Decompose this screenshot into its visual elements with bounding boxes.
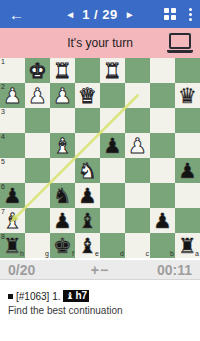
white-bishop-f4: ♝	[50, 133, 75, 158]
square-b5[interactable]	[150, 158, 175, 183]
square-g6[interactable]	[25, 183, 50, 208]
square-g2[interactable]: ♟	[25, 83, 50, 108]
rank-label-5: 5	[1, 158, 5, 166]
black-bishop-e8: ♝	[75, 233, 100, 258]
square-g8[interactable]: g	[25, 233, 50, 258]
black-bishop-e7: ♝	[75, 208, 100, 233]
square-e4[interactable]	[75, 133, 100, 158]
square-h5[interactable]: 5	[0, 158, 25, 183]
square-f4[interactable]: ♝	[50, 133, 75, 158]
square-c4[interactable]: ♟	[125, 133, 150, 158]
rank-label-1: 1	[1, 58, 5, 66]
move-bullet-icon	[8, 294, 13, 299]
bishop-figurine-icon: ♝	[65, 290, 74, 302]
hint-text: Find the best continuation	[8, 305, 192, 316]
overflow-menu-icon[interactable]	[189, 8, 192, 21]
square-d8[interactable]: d	[100, 233, 125, 258]
turn-banner: It's your turn	[0, 28, 200, 58]
square-e7[interactable]: ♝	[75, 208, 100, 233]
square-f5[interactable]	[50, 158, 75, 183]
square-e6[interactable]: ♟	[75, 183, 100, 208]
square-b6[interactable]	[150, 183, 175, 208]
file-label-g: g	[45, 250, 49, 258]
black-pawn-f7: ♟	[50, 208, 75, 233]
square-h6[interactable]: 6♟	[0, 183, 25, 208]
black-pawn-b7: ♟	[150, 208, 175, 233]
square-b2[interactable]	[150, 83, 175, 108]
square-f2[interactable]: ♟	[50, 83, 75, 108]
square-b1[interactable]	[150, 58, 175, 83]
file-label-b: b	[170, 250, 174, 258]
square-h1[interactable]: 1	[0, 58, 25, 83]
move-panel: [#1063] 1. ♝h7 Find the best continuatio…	[0, 280, 200, 316]
square-a1[interactable]	[175, 58, 200, 83]
black-pawn-a5: ♟	[175, 158, 200, 183]
white-rook-f1: ♜	[50, 58, 75, 83]
next-puzzle-icon[interactable]: ►	[125, 9, 135, 20]
square-f3[interactable]	[50, 108, 75, 133]
chess-board: 1♚♜♜2♟♟♟♛♛34♝♟♟5♞♟6♟♞♟7♝♟♝♟8h♜gf♚e♝dcba♜	[0, 58, 200, 258]
square-a4[interactable]	[175, 133, 200, 158]
square-g5[interactable]	[25, 158, 50, 183]
rank-label-3: 3	[1, 108, 5, 116]
square-c7[interactable]	[125, 208, 150, 233]
black-pawn-h6: ♟	[0, 183, 25, 208]
black-knight-f6: ♞	[50, 183, 75, 208]
puzzle-counter: 1 / 29	[82, 7, 118, 22]
square-e3[interactable]	[75, 108, 100, 133]
square-a6[interactable]	[175, 183, 200, 208]
black-pawn-e6: ♟	[75, 183, 100, 208]
black-king-f8: ♚	[50, 233, 75, 258]
puzzle-navigation: ◄ 1 / 29 ►	[65, 0, 134, 28]
square-d6[interactable]	[100, 183, 125, 208]
square-h7[interactable]: 7♝	[0, 208, 25, 233]
square-b4[interactable]	[150, 133, 175, 158]
back-icon[interactable]: ←	[9, 6, 24, 23]
score-counter: 0/20	[8, 262, 35, 278]
square-c6[interactable]	[125, 183, 150, 208]
square-g1[interactable]: ♚	[25, 58, 50, 83]
prev-puzzle-icon[interactable]: ◄	[65, 9, 75, 20]
square-a5[interactable]: ♟	[175, 158, 200, 183]
square-h3[interactable]: 3	[0, 108, 25, 133]
square-d3[interactable]	[100, 108, 125, 133]
square-g3[interactable]	[25, 108, 50, 133]
score-adjust-buttons[interactable]: +−	[91, 262, 109, 278]
square-e8[interactable]: e♝	[75, 233, 100, 258]
square-b3[interactable]	[150, 108, 175, 133]
square-e2[interactable]: ♛	[75, 83, 100, 108]
square-c5[interactable]	[125, 158, 150, 183]
black-rook-h8: ♜	[0, 233, 25, 258]
white-rook-d1: ♜	[100, 58, 125, 83]
white-king-g1: ♚	[25, 58, 50, 83]
status-bar: 0/20 +− 00:11	[0, 260, 200, 280]
square-a2[interactable]: ♛	[175, 83, 200, 108]
square-f7[interactable]: ♟	[50, 208, 75, 233]
laptop-icon[interactable]	[167, 33, 193, 53]
square-a3[interactable]	[175, 108, 200, 133]
square-d1[interactable]: ♜	[100, 58, 125, 83]
move-square-text: h7	[75, 290, 87, 302]
square-h8[interactable]: 8h♜	[0, 233, 25, 258]
square-c8[interactable]: c	[125, 233, 150, 258]
square-c1[interactable]	[125, 58, 150, 83]
square-d7[interactable]	[100, 208, 125, 233]
file-label-d: d	[120, 250, 124, 258]
square-b8[interactable]: b	[150, 233, 175, 258]
grid-icon[interactable]	[164, 8, 176, 20]
square-d5[interactable]	[100, 158, 125, 183]
square-g7[interactable]	[25, 208, 50, 233]
square-d2[interactable]	[100, 83, 125, 108]
timer: 00:11	[157, 262, 192, 278]
toolbar: ← ◄ 1 / 29 ►	[0, 0, 200, 28]
square-h2[interactable]: 2♟	[0, 83, 25, 108]
rank-label-4: 4	[1, 133, 5, 141]
square-a7[interactable]	[175, 208, 200, 233]
square-a8[interactable]: a♜	[175, 233, 200, 258]
square-h4[interactable]: 4	[0, 133, 25, 158]
square-c2[interactable]	[125, 83, 150, 108]
black-rook-a8: ♜	[175, 233, 200, 258]
black-pawn-d4: ♟	[100, 133, 125, 158]
square-c3[interactable]	[125, 108, 150, 133]
black-queen-a2: ♛	[175, 83, 200, 108]
white-pawn-g2: ♟	[25, 83, 50, 108]
square-f8[interactable]: f♚	[50, 233, 75, 258]
white-pawn-f2: ♟	[50, 83, 75, 108]
square-f6[interactable]: ♞	[50, 183, 75, 208]
square-g4[interactable]	[25, 133, 50, 158]
white-queen-e2: ♛	[75, 83, 100, 108]
puzzle-id-and-move-number: [#1063] 1.	[16, 291, 60, 302]
white-pawn-c4: ♟	[125, 133, 150, 158]
square-b7[interactable]: ♟	[150, 208, 175, 233]
square-e1[interactable]	[75, 58, 100, 83]
white-pawn-h2: ♟	[0, 83, 25, 108]
file-label-c: c	[146, 250, 150, 258]
white-knight-e5: ♞	[75, 158, 100, 183]
square-f1[interactable]: ♜	[50, 58, 75, 83]
square-e5[interactable]: ♞	[75, 158, 100, 183]
square-d4[interactable]: ♟	[100, 133, 125, 158]
current-move-chip[interactable]: ♝h7	[63, 290, 89, 302]
turn-banner-text: It's your turn	[67, 36, 133, 50]
white-bishop-h7: ♝	[0, 208, 25, 233]
